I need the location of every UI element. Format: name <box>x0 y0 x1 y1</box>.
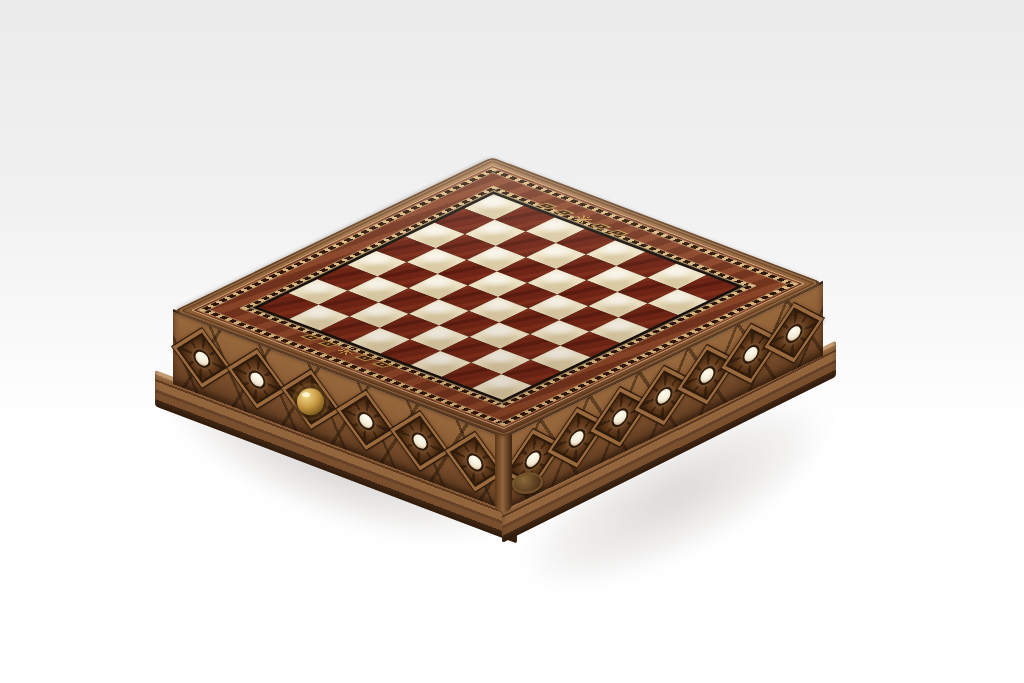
carved-diamond-medallion <box>634 366 693 425</box>
kite-inlay <box>300 334 322 341</box>
carved-diamond-medallion <box>391 411 450 470</box>
carved-diamond-medallion <box>336 391 395 450</box>
carved-diamond-medallion <box>172 328 231 387</box>
carved-diamond-medallion <box>764 303 823 362</box>
carved-diamond-medallion <box>547 408 606 467</box>
product-photo-stage <box>0 0 1024 683</box>
kite-inlay <box>554 209 576 216</box>
kite-inlay <box>318 341 340 348</box>
carved-diamond-medallion <box>721 324 780 383</box>
carved-diamond-medallion <box>590 387 649 446</box>
kite-inlay <box>591 223 613 230</box>
brass-drawer-knob <box>297 388 324 415</box>
carved-diamond-medallion <box>677 345 736 404</box>
kite-inlay <box>537 203 559 210</box>
corner-post <box>495 428 512 512</box>
kite-inlay <box>354 354 376 361</box>
carved-diamond-medallion <box>227 349 286 408</box>
